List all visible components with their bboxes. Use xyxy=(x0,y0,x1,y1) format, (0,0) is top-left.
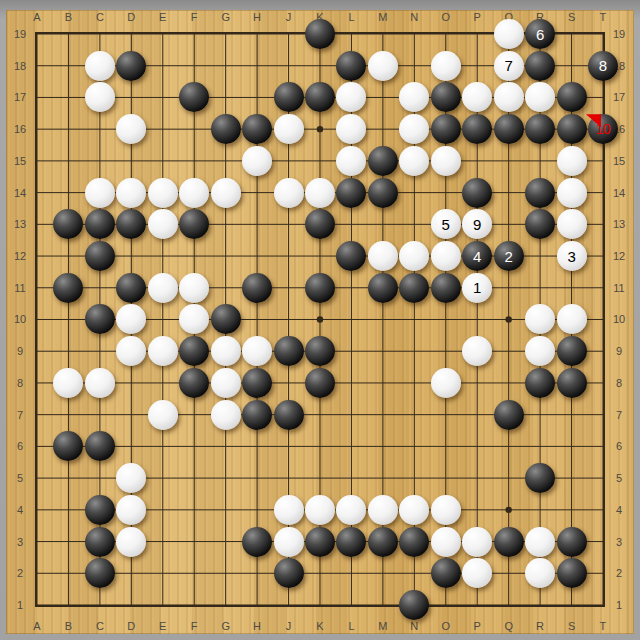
row-label-right-19: 19 xyxy=(613,28,625,40)
stone-E13-white xyxy=(148,209,178,239)
col-label-bottom-O: O xyxy=(441,620,450,632)
row-label-left-2: 2 xyxy=(17,567,23,579)
move-number-6: 6 xyxy=(525,19,555,49)
row-label-right-17: 17 xyxy=(613,91,625,103)
row-label-left-9: 9 xyxy=(17,345,23,357)
stone-C8-white xyxy=(85,368,115,398)
stone-H3-black xyxy=(242,527,272,557)
stone-O12-white xyxy=(431,241,461,271)
col-label-top-J: J xyxy=(286,11,292,23)
stone-C2-black xyxy=(85,558,115,588)
stone-K4-white xyxy=(305,495,335,525)
star-point-K16 xyxy=(317,126,323,132)
stone-K3-black xyxy=(305,527,335,557)
row-label-right-3: 3 xyxy=(616,536,622,548)
col-label-bottom-D: D xyxy=(127,620,135,632)
move-number-1: 1 xyxy=(462,273,492,303)
col-label-top-G: G xyxy=(221,11,230,23)
stone-G7-white xyxy=(211,400,241,430)
stone-Q19-white xyxy=(494,19,524,49)
row-label-right-2: 2 xyxy=(616,567,622,579)
move-number-5: 5 xyxy=(431,209,461,239)
row-label-left-16: 16 xyxy=(14,123,26,135)
col-label-bottom-G: G xyxy=(221,620,230,632)
stone-C14-white xyxy=(85,178,115,208)
stone-R3-white xyxy=(525,527,555,557)
row-label-right-9: 9 xyxy=(616,345,622,357)
stone-R19-black: 6 xyxy=(525,19,555,49)
stone-G16-black xyxy=(211,114,241,144)
stone-H7-black xyxy=(242,400,272,430)
col-label-bottom-A: A xyxy=(33,620,40,632)
stone-D18-black xyxy=(116,51,146,81)
stone-L3-black xyxy=(336,527,366,557)
stone-R8-black xyxy=(525,368,555,398)
stone-O4-white xyxy=(431,495,461,525)
col-label-bottom-B: B xyxy=(65,620,72,632)
stone-M12-white xyxy=(368,241,398,271)
stone-H15-white xyxy=(242,146,272,176)
stone-C4-black xyxy=(85,495,115,525)
stone-R14-black xyxy=(525,178,555,208)
go-app-window: AABBCCDDEEFFGGHHJJKKLLMMNNOOPPQQRRSSTT19… xyxy=(0,0,640,640)
row-label-left-19: 19 xyxy=(14,28,26,40)
stone-K8-black xyxy=(305,368,335,398)
stone-N3-black xyxy=(399,527,429,557)
stone-S16-black xyxy=(557,114,587,144)
stone-O15-white xyxy=(431,146,461,176)
col-label-bottom-H: H xyxy=(253,620,261,632)
stone-F8-black xyxy=(179,368,209,398)
stone-O13-white: 5 xyxy=(431,209,461,239)
col-label-bottom-Q: Q xyxy=(504,620,513,632)
col-label-bottom-K: K xyxy=(316,620,323,632)
stone-J16-white xyxy=(274,114,304,144)
row-label-left-7: 7 xyxy=(17,409,23,421)
stone-S9-black xyxy=(557,336,587,366)
row-label-right-8: 8 xyxy=(616,377,622,389)
stone-E11-white xyxy=(148,273,178,303)
col-label-top-F: F xyxy=(191,11,198,23)
move-number-3: 3 xyxy=(557,241,587,271)
stone-Q17-white xyxy=(494,82,524,112)
col-label-bottom-T: T xyxy=(600,620,607,632)
col-label-top-C: C xyxy=(96,11,104,23)
row-label-right-15: 15 xyxy=(613,155,625,167)
row-label-right-13: 13 xyxy=(613,218,625,230)
stone-P12-black: 4 xyxy=(462,241,492,271)
stone-O2-black xyxy=(431,558,461,588)
stone-S8-black xyxy=(557,368,587,398)
star-point-Q4 xyxy=(505,507,511,513)
move-number-8: 8 xyxy=(588,51,618,81)
stone-G14-white xyxy=(211,178,241,208)
stone-L14-black xyxy=(336,178,366,208)
stone-C12-black xyxy=(85,241,115,271)
stone-M4-white xyxy=(368,495,398,525)
col-label-bottom-J: J xyxy=(286,620,292,632)
stone-S13-white xyxy=(557,209,587,239)
col-label-bottom-M: M xyxy=(378,620,387,632)
stone-M11-black xyxy=(368,273,398,303)
col-label-top-E: E xyxy=(159,11,166,23)
stone-S14-white xyxy=(557,178,587,208)
stone-H11-black xyxy=(242,273,272,303)
row-label-right-10: 10 xyxy=(613,313,625,325)
stone-K14-white xyxy=(305,178,335,208)
stone-J2-black xyxy=(274,558,304,588)
stone-J3-white xyxy=(274,527,304,557)
stone-M18-white xyxy=(368,51,398,81)
stone-E9-white xyxy=(148,336,178,366)
stone-S17-black xyxy=(557,82,587,112)
col-label-bottom-N: N xyxy=(410,620,418,632)
stone-N11-black xyxy=(399,273,429,303)
col-label-bottom-F: F xyxy=(191,620,198,632)
stone-S15-white xyxy=(557,146,587,176)
stone-R18-black xyxy=(525,51,555,81)
row-label-right-6: 6 xyxy=(616,440,622,452)
stone-O18-white xyxy=(431,51,461,81)
stone-G10-black xyxy=(211,304,241,334)
stone-S2-black xyxy=(557,558,587,588)
stone-J7-black xyxy=(274,400,304,430)
star-point-Q10 xyxy=(505,316,511,322)
stone-E14-white xyxy=(148,178,178,208)
stone-P13-white: 9 xyxy=(462,209,492,239)
col-label-bottom-C: C xyxy=(96,620,104,632)
stone-Q18-white: 7 xyxy=(494,51,524,81)
row-label-left-14: 14 xyxy=(14,187,26,199)
col-label-bottom-S: S xyxy=(568,620,575,632)
row-label-right-5: 5 xyxy=(616,472,622,484)
row-label-left-12: 12 xyxy=(14,250,26,262)
move-number-2: 2 xyxy=(494,241,524,271)
stone-M15-black xyxy=(368,146,398,176)
col-label-top-D: D xyxy=(127,11,135,23)
col-label-top-H: H xyxy=(253,11,261,23)
stone-J17-black xyxy=(274,82,304,112)
row-label-left-18: 18 xyxy=(14,60,26,72)
row-label-right-4: 4 xyxy=(616,504,622,516)
col-label-bottom-R: R xyxy=(536,620,544,632)
row-label-left-1: 1 xyxy=(17,599,23,611)
stone-K19-black xyxy=(305,19,335,49)
row-label-left-11: 11 xyxy=(14,282,25,294)
stone-S10-white xyxy=(557,304,587,334)
row-label-right-1: 1 xyxy=(616,599,622,611)
stone-R5-black xyxy=(525,463,555,493)
stone-M14-black xyxy=(368,178,398,208)
col-label-top-O: O xyxy=(441,11,450,23)
row-label-left-6: 6 xyxy=(17,440,23,452)
col-label-top-L: L xyxy=(348,11,354,23)
stone-C3-black xyxy=(85,527,115,557)
stone-O11-black xyxy=(431,273,461,303)
col-label-bottom-E: E xyxy=(159,620,166,632)
stone-J14-white xyxy=(274,178,304,208)
stone-K9-black xyxy=(305,336,335,366)
col-label-top-T: T xyxy=(600,11,607,23)
stone-Q16-black xyxy=(494,114,524,144)
stone-H8-black xyxy=(242,368,272,398)
col-label-bottom-P: P xyxy=(474,620,481,632)
row-label-left-3: 3 xyxy=(17,536,23,548)
stone-D14-white xyxy=(116,178,146,208)
star-point-K10 xyxy=(317,316,323,322)
stone-J9-black xyxy=(274,336,304,366)
stone-O16-black xyxy=(431,114,461,144)
col-label-top-P: P xyxy=(474,11,481,23)
stone-D4-white xyxy=(116,495,146,525)
stone-C13-black xyxy=(85,209,115,239)
stone-G9-white xyxy=(211,336,241,366)
col-label-top-A: A xyxy=(33,11,40,23)
row-label-right-14: 14 xyxy=(613,187,625,199)
stone-C18-white xyxy=(85,51,115,81)
col-label-top-N: N xyxy=(410,11,418,23)
stone-T18-black: 8 xyxy=(588,51,618,81)
stone-Q12-black: 2 xyxy=(494,241,524,271)
move-number-7: 7 xyxy=(494,51,524,81)
stone-K11-black xyxy=(305,273,335,303)
stone-T16-black: 10 xyxy=(588,114,618,144)
stone-N15-white xyxy=(399,146,429,176)
stone-L18-black xyxy=(336,51,366,81)
row-label-left-13: 13 xyxy=(14,218,26,230)
stone-O8-white xyxy=(431,368,461,398)
row-label-right-7: 7 xyxy=(616,409,622,421)
move-number-4: 4 xyxy=(462,241,492,271)
row-label-left-10: 10 xyxy=(14,313,26,325)
stone-P14-black xyxy=(462,178,492,208)
stone-S12-white: 3 xyxy=(557,241,587,271)
stone-D3-white xyxy=(116,527,146,557)
row-label-left-5: 5 xyxy=(17,472,23,484)
stone-J4-white xyxy=(274,495,304,525)
row-label-right-11: 11 xyxy=(613,282,624,294)
stone-E7-white xyxy=(148,400,178,430)
stone-G8-white xyxy=(211,368,241,398)
stone-Q7-black xyxy=(494,400,524,430)
stone-F11-white xyxy=(179,273,209,303)
col-label-top-M: M xyxy=(378,11,387,23)
row-label-left-8: 8 xyxy=(17,377,23,389)
stone-D11-black xyxy=(116,273,146,303)
move-number-9: 9 xyxy=(462,209,492,239)
row-label-left-4: 4 xyxy=(17,504,23,516)
row-label-right-12: 12 xyxy=(613,250,625,262)
col-label-top-S: S xyxy=(568,11,575,23)
col-label-bottom-L: L xyxy=(348,620,354,632)
stone-S3-black xyxy=(557,527,587,557)
go-board[interactable]: AABBCCDDEEFFGGHHJJKKLLMMNNOOPPQQRRSSTT19… xyxy=(6,10,634,634)
stone-P3-white xyxy=(462,527,492,557)
stone-O3-white xyxy=(431,527,461,557)
row-label-left-15: 15 xyxy=(14,155,26,167)
col-label-top-B: B xyxy=(65,11,72,23)
stone-N4-white xyxy=(399,495,429,525)
row-label-left-17: 17 xyxy=(14,91,26,103)
stone-Q3-black xyxy=(494,527,524,557)
stone-F14-white xyxy=(179,178,209,208)
stone-M3-black xyxy=(368,527,398,557)
stone-P11-white: 1 xyxy=(462,273,492,303)
